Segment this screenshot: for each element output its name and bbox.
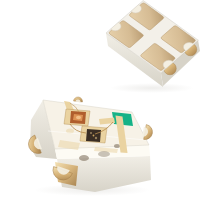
photo-canvas <box>0 0 220 198</box>
smd-led-product-photo <box>0 0 220 198</box>
die-speckle <box>95 137 97 139</box>
internal-contact <box>114 144 120 148</box>
wire-ball-bond <box>93 135 95 137</box>
die-highlight <box>76 116 81 120</box>
die-speckle <box>90 132 92 134</box>
internal-contact <box>98 151 110 157</box>
drop-shadow <box>110 83 194 93</box>
internal-contact <box>79 155 89 161</box>
